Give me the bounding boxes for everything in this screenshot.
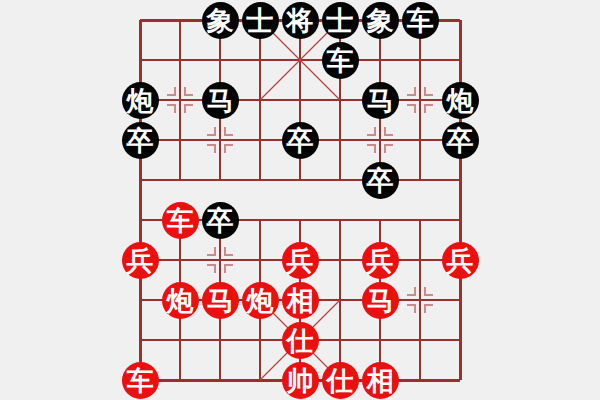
piece-red-cannon[interactable]: 炮	[162, 282, 199, 319]
piece-black-horse[interactable]: 马	[202, 82, 239, 119]
piece-black-soldier[interactable]: 卒	[282, 122, 319, 159]
piece-red-soldier[interactable]: 兵	[442, 242, 479, 279]
piece-black-cannon[interactable]: 炮	[122, 82, 159, 119]
piece-black-advisor[interactable]: 士	[242, 2, 279, 39]
piece-red-soldier[interactable]: 兵	[122, 242, 159, 279]
piece-red-soldier[interactable]: 兵	[362, 242, 399, 279]
piece-red-cannon[interactable]: 炮	[242, 282, 279, 319]
piece-black-horse[interactable]: 马	[362, 82, 399, 119]
piece-black-advisor[interactable]: 士	[322, 2, 359, 39]
piece-black-chariot[interactable]: 车	[322, 42, 359, 79]
xiangqi-board: 象士将士象车车炮马马炮卒卒卒卒车卒兵兵兵兵炮马炮相马仕车帅仕相	[0, 0, 600, 400]
piece-black-general[interactable]: 将	[282, 2, 319, 39]
piece-red-general[interactable]: 帅	[282, 362, 319, 399]
piece-red-soldier[interactable]: 兵	[282, 242, 319, 279]
pieces-layer: 象士将士象车车炮马马炮卒卒卒卒车卒兵兵兵兵炮马炮相马仕车帅仕相	[120, 0, 480, 400]
piece-black-chariot[interactable]: 车	[402, 2, 439, 39]
piece-red-advisor[interactable]: 仕	[282, 322, 319, 359]
piece-black-cannon[interactable]: 炮	[442, 82, 479, 119]
piece-red-elephant[interactable]: 相	[362, 362, 399, 399]
piece-red-advisor[interactable]: 仕	[322, 362, 359, 399]
piece-red-elephant[interactable]: 相	[282, 282, 319, 319]
piece-black-soldier[interactable]: 卒	[442, 122, 479, 159]
piece-red-chariot[interactable]: 车	[162, 202, 199, 239]
piece-black-soldier[interactable]: 卒	[202, 202, 239, 239]
piece-black-soldier[interactable]: 卒	[122, 122, 159, 159]
piece-black-elephant[interactable]: 象	[362, 2, 399, 39]
piece-red-horse[interactable]: 马	[362, 282, 399, 319]
piece-red-chariot[interactable]: 车	[122, 362, 159, 399]
piece-red-horse[interactable]: 马	[202, 282, 239, 319]
piece-black-elephant[interactable]: 象	[202, 2, 239, 39]
piece-black-soldier[interactable]: 卒	[362, 162, 399, 199]
